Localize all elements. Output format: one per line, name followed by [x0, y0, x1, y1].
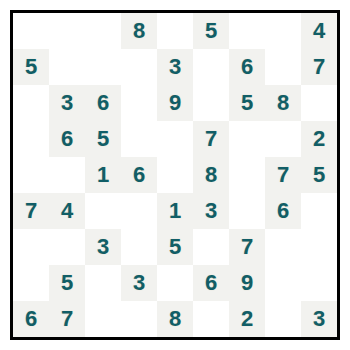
cell-r1c8[interactable]	[265, 13, 302, 50]
cell-r3c3[interactable]: 6	[85, 85, 124, 124]
sudoku-board: 85453673695865721687574136357536967823	[10, 10, 340, 340]
cell-r1c5[interactable]	[157, 13, 194, 50]
cell-r7c6[interactable]	[193, 229, 232, 266]
cell-r6c2[interactable]: 4	[49, 193, 86, 232]
cell-r7c1[interactable]	[13, 229, 50, 266]
cell-r3c8[interactable]: 8	[265, 85, 302, 124]
cell-r9c3[interactable]	[85, 301, 124, 337]
cell-r9c9[interactable]: 3	[301, 301, 337, 337]
cell-r2c4[interactable]	[121, 49, 158, 86]
cell-r8c4[interactable]: 3	[121, 265, 158, 302]
cell-r6c8[interactable]: 6	[265, 193, 302, 232]
cell-r2c7[interactable]: 6	[229, 49, 266, 86]
cell-r4c8[interactable]	[265, 121, 302, 158]
cell-r7c8[interactable]	[265, 229, 302, 266]
cell-r3c1[interactable]	[13, 85, 50, 124]
cell-r6c9[interactable]	[301, 193, 337, 232]
cell-r1c1[interactable]	[13, 13, 50, 50]
cell-r8c9[interactable]	[301, 265, 337, 302]
cell-r5c8[interactable]: 7	[265, 157, 302, 194]
cell-r9c7[interactable]: 2	[229, 301, 266, 337]
cell-r8c1[interactable]	[13, 265, 50, 302]
cell-r6c3[interactable]	[85, 193, 124, 232]
cell-r3c9[interactable]	[301, 85, 337, 124]
cell-r3c4[interactable]	[121, 85, 158, 124]
cell-r5c6[interactable]: 8	[193, 157, 232, 194]
cell-r5c3[interactable]: 1	[85, 157, 124, 194]
cell-r5c1[interactable]	[13, 157, 50, 194]
cell-r1c2[interactable]	[49, 13, 86, 50]
cell-r2c6[interactable]	[193, 49, 232, 86]
cell-r4c1[interactable]	[13, 121, 50, 158]
page: 85453673695865721687574136357536967823	[0, 0, 350, 350]
cell-r8c7[interactable]: 9	[229, 265, 266, 302]
cell-r8c5[interactable]	[157, 265, 194, 302]
cell-r9c1[interactable]: 6	[13, 301, 50, 337]
cell-r1c6[interactable]: 5	[193, 13, 232, 50]
cell-r7c4[interactable]	[121, 229, 158, 266]
cell-r2c3[interactable]	[85, 49, 124, 86]
cell-r9c5[interactable]: 8	[157, 301, 194, 337]
cell-r4c5[interactable]	[157, 121, 194, 158]
cell-r2c9[interactable]: 7	[301, 49, 337, 86]
cell-r3c6[interactable]	[193, 85, 232, 124]
cell-r7c5[interactable]: 5	[157, 229, 194, 266]
cell-r6c5[interactable]: 1	[157, 193, 194, 232]
cell-r6c4[interactable]	[121, 193, 158, 232]
cell-r2c5[interactable]: 3	[157, 49, 194, 86]
cell-r2c1[interactable]: 5	[13, 49, 50, 86]
cell-r5c9[interactable]: 5	[301, 157, 337, 194]
cell-r4c6[interactable]: 7	[193, 121, 232, 158]
cell-r4c2[interactable]: 6	[49, 121, 86, 158]
cell-r7c7[interactable]: 7	[229, 229, 266, 266]
cell-r9c4[interactable]	[121, 301, 158, 337]
cell-r4c7[interactable]	[229, 121, 266, 158]
cell-r9c6[interactable]	[193, 301, 232, 337]
cell-r9c8[interactable]	[265, 301, 302, 337]
cell-r1c3[interactable]	[85, 13, 124, 50]
cell-r9c2[interactable]: 7	[49, 301, 86, 337]
cell-r3c5[interactable]: 9	[157, 85, 194, 124]
cell-r5c5[interactable]	[157, 157, 194, 194]
cell-r5c7[interactable]	[229, 157, 266, 194]
cell-r7c2[interactable]	[49, 229, 86, 266]
cell-r8c3[interactable]	[85, 265, 124, 302]
cell-r1c9[interactable]: 4	[301, 13, 337, 50]
cell-r5c2[interactable]	[49, 157, 86, 194]
cell-r4c9[interactable]: 2	[301, 121, 337, 158]
cell-r2c8[interactable]	[265, 49, 302, 86]
cell-r6c6[interactable]: 3	[193, 193, 232, 232]
cell-r3c7[interactable]: 5	[229, 85, 266, 124]
cell-r8c6[interactable]: 6	[193, 265, 232, 302]
cell-r5c4[interactable]: 6	[121, 157, 158, 194]
cell-r8c8[interactable]	[265, 265, 302, 302]
cell-r7c9[interactable]	[301, 229, 337, 266]
cell-r6c7[interactable]	[229, 193, 266, 232]
cell-r1c7[interactable]	[229, 13, 266, 50]
cell-r6c1[interactable]: 7	[13, 193, 50, 232]
cell-r1c4[interactable]: 8	[121, 13, 158, 50]
cell-r7c3[interactable]: 3	[85, 229, 124, 266]
cell-r4c3[interactable]: 5	[85, 121, 124, 158]
cell-r4c4[interactable]	[121, 121, 158, 158]
cell-r2c2[interactable]	[49, 49, 86, 86]
cell-r3c2[interactable]: 3	[49, 85, 86, 124]
cell-r8c2[interactable]: 5	[49, 265, 86, 302]
